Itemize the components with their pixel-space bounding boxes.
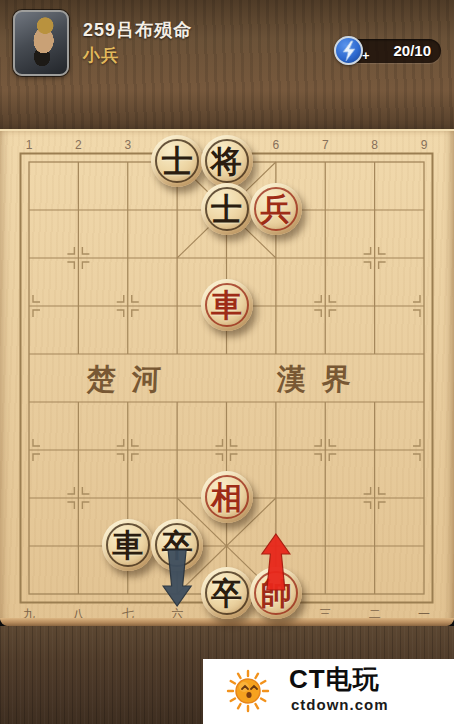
file-label-top-7: 7	[314, 138, 336, 152]
piece-glyph: 相	[201, 471, 253, 523]
piece-red-soldier[interactable]: 兵	[250, 183, 302, 235]
file-label-bottom-8: 二	[364, 607, 386, 621]
top-bar: 259吕布殒命 小兵 20/10 +	[0, 0, 454, 129]
watermark-banner[interactable]: CT电玩 ctdown.com	[203, 659, 454, 724]
river-text-left: 楚河	[61, 360, 202, 396]
file-label-bottom-4: 六	[166, 607, 188, 621]
watermark-domain: ctdown.com	[291, 696, 389, 713]
piece-black-chariot[interactable]: 車	[102, 519, 154, 571]
piece-glyph: 士	[201, 183, 253, 235]
piece-black-general[interactable]: 将	[201, 135, 253, 187]
file-label-bottom-2: 八	[67, 607, 89, 621]
piece-glyph: 兵	[250, 183, 302, 235]
piece-black-advisor[interactable]: 士	[151, 135, 203, 187]
xiangqi-board[interactable]: 123456789九八七六五四三二一 楚河 漢界 士将士兵車相車卒卒帥	[0, 129, 454, 626]
file-label-top-2: 2	[67, 138, 89, 152]
rank-label: 小兵	[83, 44, 119, 67]
file-label-top-6: 6	[265, 138, 287, 152]
piece-red-chariot[interactable]: 車	[201, 279, 253, 331]
piece-glyph: 士	[151, 135, 203, 187]
piece-glyph: 車	[102, 519, 154, 571]
game-screen: 259吕布殒命 小兵 20/10 + 123456789九八七六五四三二一 楚河…	[0, 0, 454, 724]
piece-glyph: 卒	[201, 567, 253, 619]
energy-counter[interactable]: 20/10 +	[338, 39, 441, 63]
piece-black-advisor[interactable]: 士	[201, 183, 253, 235]
plus-icon: +	[362, 48, 370, 63]
piece-glyph: 将	[201, 135, 253, 187]
file-label-top-3: 3	[117, 138, 139, 152]
piece-glyph: 帥	[250, 567, 302, 619]
energy-value: 20/10	[393, 42, 431, 59]
lightning-icon	[334, 36, 363, 65]
piece-red-general[interactable]: 帥	[250, 567, 302, 619]
file-label-bottom-9: 一	[413, 607, 435, 621]
file-label-top-9: 9	[413, 138, 435, 152]
file-label-top-8: 8	[364, 138, 386, 152]
piece-glyph: 卒	[151, 519, 203, 571]
watermark-brand: CT电玩	[289, 662, 380, 697]
sun-logo-icon	[223, 666, 273, 720]
piece-glyph: 車	[201, 279, 253, 331]
file-label-bottom-7: 三	[314, 607, 336, 621]
file-label-bottom-3: 七	[117, 607, 139, 621]
file-label-top-1: 1	[18, 138, 40, 152]
piece-red-elephant[interactable]: 相	[201, 471, 253, 523]
river-text-right: 漢界	[251, 360, 392, 396]
piece-black-soldier[interactable]: 卒	[201, 567, 253, 619]
avatar[interactable]	[13, 10, 69, 76]
file-label-bottom-1: 九	[18, 607, 40, 621]
level-title: 259吕布殒命	[83, 18, 192, 42]
piece-black-soldier[interactable]: 卒	[151, 519, 203, 571]
